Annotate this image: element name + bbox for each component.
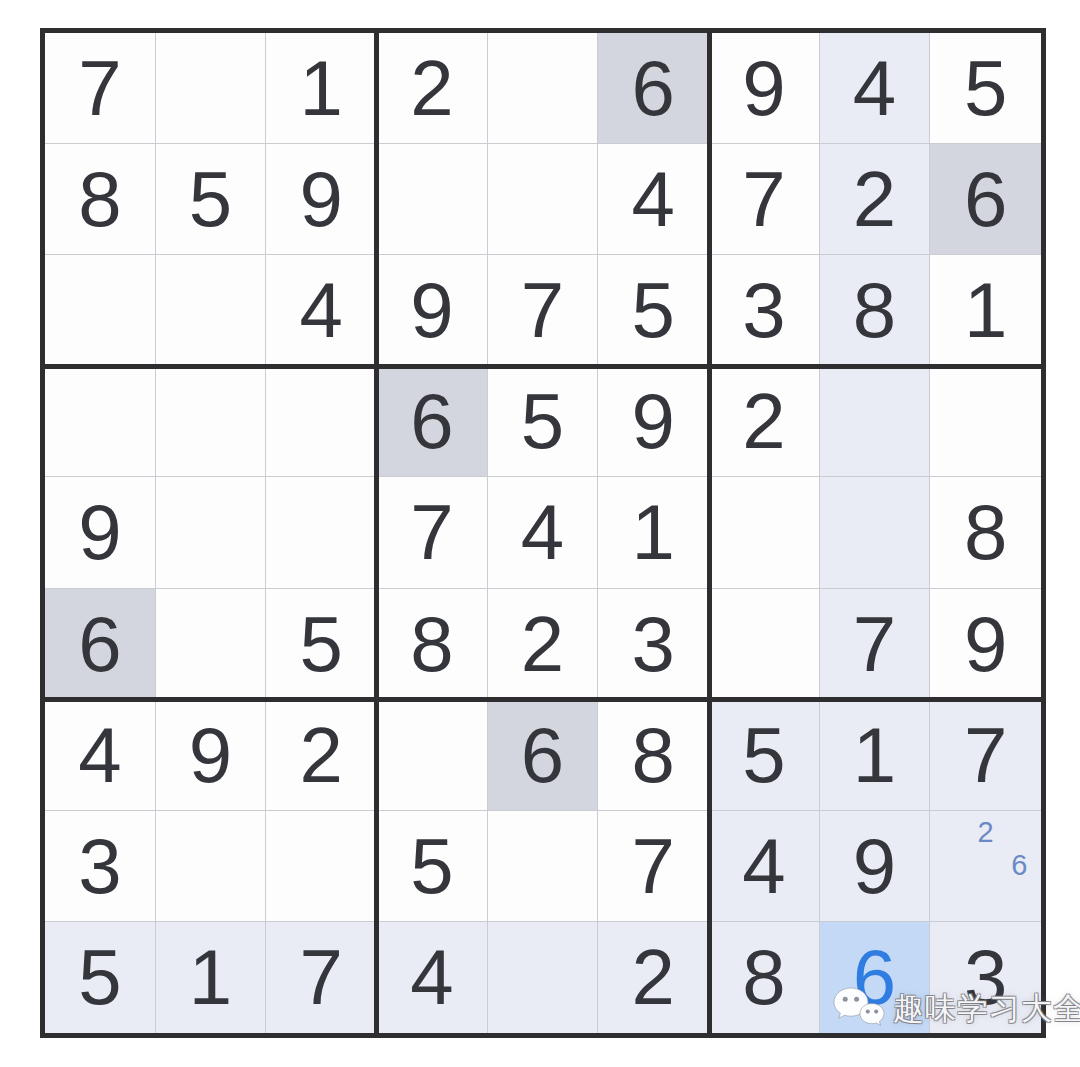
given-digit: 6 (631, 49, 674, 127)
cell-r5c6[interactable]: 1 (598, 477, 709, 588)
cell-r4c3[interactable] (266, 366, 377, 477)
given-digit: 5 (189, 160, 232, 238)
box-divider-vertical-2 (707, 33, 712, 1033)
given-digit: 2 (631, 938, 674, 1016)
given-digit: 9 (189, 716, 232, 794)
cell-r3c3[interactable]: 4 (266, 255, 377, 366)
given-digit: 4 (78, 716, 121, 794)
cell-r3c5[interactable]: 7 (488, 255, 599, 366)
given-digit: 5 (964, 49, 1007, 127)
cell-r2c5[interactable] (488, 144, 599, 255)
cell-r3c7[interactable]: 3 (709, 255, 820, 366)
given-digit: 6 (78, 605, 121, 683)
cell-r7c2[interactable]: 9 (156, 700, 267, 811)
cell-r8c4[interactable]: 5 (377, 811, 488, 922)
cell-r2c2[interactable]: 5 (156, 144, 267, 255)
given-digit: 6 (521, 716, 564, 794)
cell-r6c5[interactable]: 2 (488, 589, 599, 700)
cell-r5c2[interactable] (156, 477, 267, 588)
cell-r9c5[interactable] (488, 922, 599, 1033)
cell-r3c1[interactable] (45, 255, 156, 366)
given-digit: 9 (410, 271, 453, 349)
given-digit: 6 (410, 382, 453, 460)
cell-r1c6[interactable]: 6 (598, 33, 709, 144)
cell-r6c1[interactable]: 6 (45, 589, 156, 700)
cell-r3c2[interactable] (156, 255, 267, 366)
given-digit: 1 (189, 938, 232, 1016)
given-digit: 8 (742, 938, 785, 1016)
cell-r7c7[interactable]: 5 (709, 700, 820, 811)
cell-r9c4[interactable]: 4 (377, 922, 488, 1033)
given-digit: 2 (742, 382, 785, 460)
given-digit: 8 (410, 605, 453, 683)
box-divider-vertical-1 (374, 33, 379, 1033)
given-digit: 5 (521, 382, 564, 460)
cell-r7c3[interactable]: 2 (266, 700, 377, 811)
cell-r2c1[interactable]: 8 (45, 144, 156, 255)
given-digit: 9 (742, 49, 785, 127)
cell-r3c9[interactable]: 1 (930, 255, 1041, 366)
cell-r1c1[interactable]: 7 (45, 33, 156, 144)
cell-r7c8[interactable]: 1 (820, 700, 931, 811)
given-digit: 8 (853, 271, 896, 349)
cell-r2c4[interactable] (377, 144, 488, 255)
cell-r9c6[interactable]: 2 (598, 922, 709, 1033)
cell-r1c2[interactable] (156, 33, 267, 144)
sudoku-board: 7126945859472649753816592974186582379492… (40, 28, 1046, 1038)
pencil-notes: 26 (935, 816, 1036, 916)
cell-r5c4[interactable]: 7 (377, 477, 488, 588)
cell-r4c8[interactable] (820, 366, 931, 477)
given-digit: 9 (964, 605, 1007, 683)
cell-r5c8[interactable] (820, 477, 931, 588)
given-digit: 9 (78, 493, 121, 571)
cell-r1c4[interactable]: 2 (377, 33, 488, 144)
given-digit: 5 (299, 605, 342, 683)
cell-r6c9[interactable]: 9 (930, 589, 1041, 700)
given-digit: 7 (410, 493, 453, 571)
given-digit: 6 (964, 160, 1007, 238)
cell-r6c6[interactable]: 3 (598, 589, 709, 700)
given-digit: 3 (78, 827, 121, 905)
cell-r1c3[interactable]: 1 (266, 33, 377, 144)
given-digit: 8 (964, 493, 1007, 571)
cell-r5c9[interactable]: 8 (930, 477, 1041, 588)
cell-r5c5[interactable]: 4 (488, 477, 599, 588)
note-digit-2: 2 (969, 816, 1003, 849)
cell-r7c1[interactable]: 4 (45, 700, 156, 811)
given-digit: 7 (78, 49, 121, 127)
box-divider-horizontal-1 (45, 364, 1041, 369)
cell-r8c5[interactable] (488, 811, 599, 922)
cell-r9c8[interactable]: 6 (820, 922, 931, 1033)
cell-r7c6[interactable]: 8 (598, 700, 709, 811)
cell-r9c9[interactable]: 3 (930, 922, 1041, 1033)
given-digit: 9 (299, 160, 342, 238)
cell-r8c8[interactable]: 9 (820, 811, 931, 922)
cell-r1c7[interactable]: 9 (709, 33, 820, 144)
note-digit-6: 6 (1002, 849, 1036, 882)
given-digit: 4 (742, 827, 785, 905)
given-digit: 4 (299, 271, 342, 349)
cell-r7c9[interactable]: 7 (930, 700, 1041, 811)
given-digit: 1 (631, 493, 674, 571)
cell-r8c1[interactable]: 3 (45, 811, 156, 922)
box-divider-horizontal-2 (45, 697, 1041, 702)
cell-r9c1[interactable]: 5 (45, 922, 156, 1033)
selected-digit: 6 (853, 938, 896, 1016)
cell-r4c4[interactable]: 6 (377, 366, 488, 477)
given-digit: 7 (742, 160, 785, 238)
given-digit: 1 (299, 49, 342, 127)
given-digit: 5 (410, 827, 453, 905)
cell-r5c7[interactable] (709, 477, 820, 588)
cell-r4c1[interactable] (45, 366, 156, 477)
given-digit: 5 (78, 938, 121, 1016)
cell-r6c2[interactable] (156, 589, 267, 700)
cell-r8c3[interactable] (266, 811, 377, 922)
cell-r9c7[interactable]: 8 (709, 922, 820, 1033)
cell-r4c6[interactable]: 9 (598, 366, 709, 477)
given-digit: 3 (742, 271, 785, 349)
given-digit: 8 (78, 160, 121, 238)
cell-r8c7[interactable]: 4 (709, 811, 820, 922)
cell-r1c5[interactable] (488, 33, 599, 144)
given-digit: 7 (299, 938, 342, 1016)
cell-r2c6[interactable]: 4 (598, 144, 709, 255)
cell-r2c9[interactable]: 6 (930, 144, 1041, 255)
sudoku-app: 7126945859472649753816592974186582379492… (0, 0, 1080, 1067)
cell-r3c6[interactable]: 5 (598, 255, 709, 366)
cell-r7c4[interactable] (377, 700, 488, 811)
cell-r3c4[interactable]: 9 (377, 255, 488, 366)
given-digit: 4 (410, 938, 453, 1016)
given-digit: 2 (410, 49, 453, 127)
given-digit: 2 (521, 605, 564, 683)
cell-r8c6[interactable]: 7 (598, 811, 709, 922)
given-digit: 1 (964, 271, 1007, 349)
given-digit: 7 (853, 605, 896, 683)
cell-r4c2[interactable] (156, 366, 267, 477)
cell-r8c2[interactable] (156, 811, 267, 922)
cell-r1c9[interactable]: 5 (930, 33, 1041, 144)
cell-r5c1[interactable]: 9 (45, 477, 156, 588)
cell-r2c7[interactable]: 7 (709, 144, 820, 255)
cell-r6c4[interactable]: 8 (377, 589, 488, 700)
cell-r9c3[interactable]: 7 (266, 922, 377, 1033)
cell-r2c8[interactable]: 2 (820, 144, 931, 255)
given-digit: 4 (631, 160, 674, 238)
given-digit: 7 (964, 716, 1007, 794)
given-digit: 1 (853, 716, 896, 794)
given-digit: 3 (631, 605, 674, 683)
given-digit: 4 (853, 49, 896, 127)
cell-r6c7[interactable] (709, 589, 820, 700)
given-digit: 8 (631, 716, 674, 794)
cell-r4c9[interactable] (930, 366, 1041, 477)
given-digit: 3 (964, 938, 1007, 1016)
given-digit: 5 (742, 716, 785, 794)
cell-r5c3[interactable] (266, 477, 377, 588)
cell-r2c3[interactable]: 9 (266, 144, 377, 255)
cell-r4c5[interactable]: 5 (488, 366, 599, 477)
given-digit: 2 (853, 160, 896, 238)
cell-r8c9[interactable]: 26 (930, 811, 1041, 922)
cell-r6c8[interactable]: 7 (820, 589, 931, 700)
cell-r4c7[interactable]: 2 (709, 366, 820, 477)
given-digit: 7 (631, 827, 674, 905)
given-digit: 2 (299, 716, 342, 794)
given-digit: 9 (631, 382, 674, 460)
given-digit: 4 (521, 493, 564, 571)
cell-r1c8[interactable]: 4 (820, 33, 931, 144)
cell-r9c2[interactable]: 1 (156, 922, 267, 1033)
given-digit: 9 (853, 827, 896, 905)
cell-r7c5[interactable]: 6 (488, 700, 599, 811)
given-digit: 5 (631, 271, 674, 349)
cell-r6c3[interactable]: 5 (266, 589, 377, 700)
cell-r3c8[interactable]: 8 (820, 255, 931, 366)
given-digit: 7 (521, 271, 564, 349)
